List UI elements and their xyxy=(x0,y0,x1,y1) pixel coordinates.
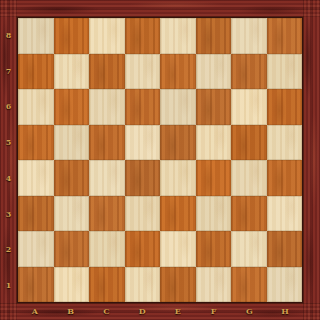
frame-bottom-edge xyxy=(0,303,320,320)
square-f4[interactable] xyxy=(196,160,232,196)
square-h4[interactable] xyxy=(267,160,303,196)
square-d6[interactable] xyxy=(125,89,161,125)
square-c3[interactable] xyxy=(89,196,125,232)
square-d5[interactable] xyxy=(125,125,161,161)
square-h7[interactable] xyxy=(267,54,303,90)
file-label-g: G xyxy=(246,307,253,315)
rank-label-4: 4 xyxy=(0,174,17,182)
square-b1[interactable] xyxy=(54,267,90,303)
square-e6[interactable] xyxy=(160,89,196,125)
square-g8[interactable] xyxy=(231,18,267,54)
file-label-d: D xyxy=(139,307,146,315)
square-f7[interactable] xyxy=(196,54,232,90)
square-b4[interactable] xyxy=(54,160,90,196)
file-label-a: A xyxy=(32,307,38,315)
file-label-f: F xyxy=(211,307,217,315)
file-label-b: B xyxy=(67,307,74,315)
frame-top-edge xyxy=(0,0,320,17)
square-h8[interactable] xyxy=(267,18,303,54)
square-g2[interactable] xyxy=(231,231,267,267)
rank-label-5: 5 xyxy=(0,138,17,146)
frame-left-edge xyxy=(0,0,17,320)
square-c1[interactable] xyxy=(89,267,125,303)
square-f3[interactable] xyxy=(196,196,232,232)
chessboard: 87654321 ABCDEFGH xyxy=(0,0,320,320)
square-b2[interactable] xyxy=(54,231,90,267)
square-d3[interactable] xyxy=(125,196,161,232)
square-a2[interactable] xyxy=(18,231,54,267)
square-h3[interactable] xyxy=(267,196,303,232)
square-d4[interactable] xyxy=(125,160,161,196)
square-a5[interactable] xyxy=(18,125,54,161)
square-e7[interactable] xyxy=(160,54,196,90)
square-c6[interactable] xyxy=(89,89,125,125)
square-e1[interactable] xyxy=(160,267,196,303)
square-b3[interactable] xyxy=(54,196,90,232)
square-g1[interactable] xyxy=(231,267,267,303)
file-label-e: E xyxy=(175,307,181,315)
square-f2[interactable] xyxy=(196,231,232,267)
frame-right-edge xyxy=(303,0,320,320)
rank-label-2: 2 xyxy=(0,245,17,253)
square-e8[interactable] xyxy=(160,18,196,54)
square-e2[interactable] xyxy=(160,231,196,267)
square-b5[interactable] xyxy=(54,125,90,161)
square-e5[interactable] xyxy=(160,125,196,161)
square-b7[interactable] xyxy=(54,54,90,90)
square-f6[interactable] xyxy=(196,89,232,125)
square-h5[interactable] xyxy=(267,125,303,161)
square-d1[interactable] xyxy=(125,267,161,303)
square-c2[interactable] xyxy=(89,231,125,267)
square-a1[interactable] xyxy=(18,267,54,303)
square-e4[interactable] xyxy=(160,160,196,196)
square-a8[interactable] xyxy=(18,18,54,54)
square-d2[interactable] xyxy=(125,231,161,267)
file-label-h: H xyxy=(281,307,289,315)
square-g7[interactable] xyxy=(231,54,267,90)
square-f8[interactable] xyxy=(196,18,232,54)
square-d8[interactable] xyxy=(125,18,161,54)
square-h2[interactable] xyxy=(267,231,303,267)
square-f5[interactable] xyxy=(196,125,232,161)
square-b8[interactable] xyxy=(54,18,90,54)
square-g3[interactable] xyxy=(231,196,267,232)
square-f1[interactable] xyxy=(196,267,232,303)
square-c8[interactable] xyxy=(89,18,125,54)
square-h1[interactable] xyxy=(267,267,303,303)
square-a4[interactable] xyxy=(18,160,54,196)
square-d7[interactable] xyxy=(125,54,161,90)
rank-label-6: 6 xyxy=(0,102,17,110)
rank-label-3: 3 xyxy=(0,210,17,218)
board-grid xyxy=(17,17,303,303)
square-h6[interactable] xyxy=(267,89,303,125)
rank-label-8: 8 xyxy=(0,31,17,39)
square-g4[interactable] xyxy=(231,160,267,196)
square-b6[interactable] xyxy=(54,89,90,125)
square-a3[interactable] xyxy=(18,196,54,232)
rank-label-1: 1 xyxy=(0,281,17,289)
square-g6[interactable] xyxy=(231,89,267,125)
square-g5[interactable] xyxy=(231,125,267,161)
square-c7[interactable] xyxy=(89,54,125,90)
rank-label-7: 7 xyxy=(0,67,17,75)
file-label-c: C xyxy=(103,307,109,315)
square-c5[interactable] xyxy=(89,125,125,161)
square-a6[interactable] xyxy=(18,89,54,125)
square-c4[interactable] xyxy=(89,160,125,196)
square-a7[interactable] xyxy=(18,54,54,90)
square-e3[interactable] xyxy=(160,196,196,232)
